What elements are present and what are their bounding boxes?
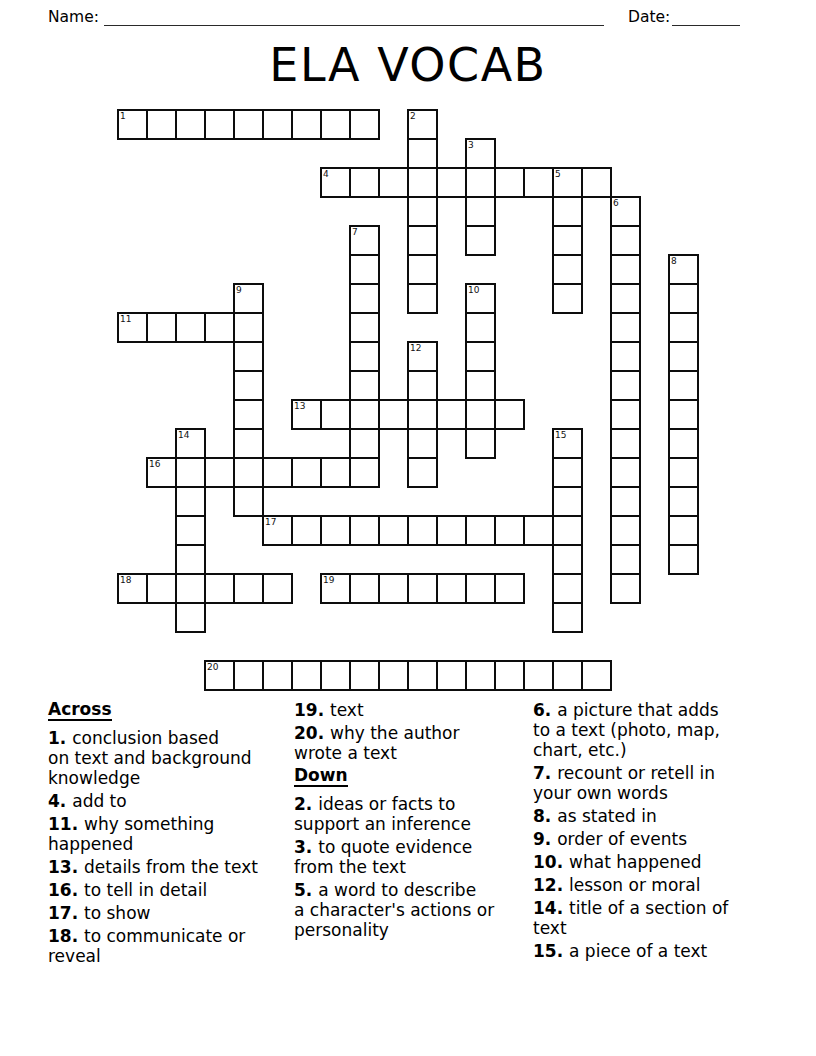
grid-cell-r10c4[interactable]: [233, 399, 264, 430]
clue-text: conclusion based on text and background …: [48, 728, 251, 788]
grid-cell-r0c10[interactable]: 2: [407, 109, 438, 140]
grid-cell-r14c6[interactable]: [291, 515, 322, 546]
clue-number-12: 12.: [533, 875, 569, 895]
cell-number-14: 14: [178, 430, 189, 440]
grid-cell-r16c1[interactable]: [146, 573, 177, 604]
name-field-line[interactable]: [104, 6, 604, 26]
across-heading: Across: [48, 700, 112, 721]
grid-cell-r5c17[interactable]: [610, 254, 641, 285]
clue-text: recount or retell in your own words: [533, 763, 715, 803]
grid-cell-r2c15[interactable]: 5: [552, 167, 583, 198]
clue-across-18: 18. to communicate or reveal: [48, 926, 294, 966]
grid-cell-r14c2[interactable]: [175, 515, 206, 546]
grid-cell-r4c10[interactable]: [407, 225, 438, 256]
grid-cell-r2c14[interactable]: [523, 167, 554, 198]
grid-cell-r14c11[interactable]: [436, 515, 467, 546]
grid-cell-r11c10[interactable]: [407, 428, 438, 459]
grid-cell-r3c12[interactable]: [465, 196, 496, 227]
grid-cell-r1c10[interactable]: [407, 138, 438, 169]
cell-number-10: 10: [468, 285, 479, 295]
grid-cell-r6c15[interactable]: [552, 283, 583, 314]
grid-cell-r0c7[interactable]: [320, 109, 351, 140]
clue-text: ideas or facts to support an inference: [294, 794, 471, 834]
clue-number-17: 17.: [48, 903, 84, 923]
grid-cell-r8c8[interactable]: [349, 341, 380, 372]
grid-cell-r12c2[interactable]: [175, 457, 206, 488]
clue-across-4: 4. add to: [48, 791, 294, 811]
grid-cell-r14c7[interactable]: [320, 515, 351, 546]
grid-cell-r12c8[interactable]: [349, 457, 380, 488]
clue-across-20: 20. why the author wrote a text: [294, 723, 530, 763]
grid-cell-r14c14[interactable]: [523, 515, 554, 546]
grid-cell-r2c13[interactable]: [494, 167, 525, 198]
grid-cell-r14c15[interactable]: [552, 515, 583, 546]
clue-text: details from the text: [84, 857, 258, 877]
grid-cell-r12c10[interactable]: [407, 457, 438, 488]
grid-cell-r2c8[interactable]: [349, 167, 380, 198]
clue-column-3: 6. a picture that adds to a text (photo,…: [533, 700, 795, 964]
grid-cell-r16c13[interactable]: [494, 573, 525, 604]
grid-cell-r2c12[interactable]: [465, 167, 496, 198]
clue-number-18: 18.: [48, 926, 84, 946]
grid-cell-r16c7[interactable]: 19: [320, 573, 351, 604]
grid-cell-r7c19[interactable]: [668, 312, 699, 343]
cell-number-9: 9: [236, 285, 242, 295]
grid-cell-r16c12[interactable]: [465, 573, 496, 604]
grid-cell-r2c10[interactable]: [407, 167, 438, 198]
grid-cell-r16c5[interactable]: [262, 573, 293, 604]
clue-number-1: 1.: [48, 728, 72, 748]
grid-cell-r10c12[interactable]: [465, 399, 496, 430]
clue-text: a piece of a text: [569, 941, 707, 961]
clue-down-9: 9. order of events: [533, 829, 795, 849]
grid-cell-r19c14[interactable]: [523, 660, 554, 691]
grid-cell-r19c4[interactable]: [233, 660, 264, 691]
grid-cell-r15c17[interactable]: [610, 544, 641, 575]
grid-cell-r6c4[interactable]: 9: [233, 283, 264, 314]
clue-down-3: 3. to quote evidence from the text: [294, 837, 530, 877]
grid-cell-r0c6[interactable]: [291, 109, 322, 140]
grid-cell-r8c10[interactable]: 12: [407, 341, 438, 372]
name-label: Name:: [48, 8, 99, 26]
clue-down-6: 6. a picture that adds to a text (photo,…: [533, 700, 795, 760]
grid-cell-r15c15[interactable]: [552, 544, 583, 575]
grid-cell-r19c12[interactable]: [465, 660, 496, 691]
clue-number-16: 16.: [48, 880, 84, 900]
grid-cell-r7c3[interactable]: [204, 312, 235, 343]
cell-number-6: 6: [613, 198, 619, 208]
grid-cell-r4c8[interactable]: 7: [349, 225, 380, 256]
grid-cell-r12c1[interactable]: 16: [146, 457, 177, 488]
clue-number-7: 7.: [533, 763, 557, 783]
grid-cell-r7c0[interactable]: 11: [117, 312, 148, 343]
clue-number-20: 20.: [294, 723, 330, 743]
clue-down-8: 8. as stated in: [533, 806, 795, 826]
cell-number-19: 19: [323, 575, 334, 585]
grid-cell-r4c15[interactable]: [552, 225, 583, 256]
grid-cell-r8c19[interactable]: [668, 341, 699, 372]
grid-cell-r5c15[interactable]: [552, 254, 583, 285]
grid-cell-r13c2[interactable]: [175, 486, 206, 517]
grid-cell-r8c17[interactable]: [610, 341, 641, 372]
clue-number-15: 15.: [533, 941, 569, 961]
cell-number-1: 1: [120, 111, 126, 121]
grid-cell-r19c5[interactable]: [262, 660, 293, 691]
clue-column-1: Across1. conclusion based on text and ba…: [48, 700, 294, 969]
grid-cell-r12c6[interactable]: [291, 457, 322, 488]
grid-cell-r11c19[interactable]: [668, 428, 699, 459]
cell-number-20: 20: [207, 662, 218, 672]
grid-cell-r19c10[interactable]: [407, 660, 438, 691]
grid-cell-r11c4[interactable]: [233, 428, 264, 459]
grid-cell-r0c5[interactable]: [262, 109, 293, 140]
grid-cell-r13c17[interactable]: [610, 486, 641, 517]
grid-cell-r7c4[interactable]: [233, 312, 264, 343]
grid-cell-r14c12[interactable]: [465, 515, 496, 546]
grid-cell-r5c10[interactable]: [407, 254, 438, 285]
grid-cell-r6c8[interactable]: [349, 283, 380, 314]
down-heading: Down: [294, 766, 348, 787]
clue-number-6: 6.: [533, 700, 557, 720]
grid-cell-r11c2[interactable]: 14: [175, 428, 206, 459]
grid-cell-r7c8[interactable]: [349, 312, 380, 343]
cell-number-15: 15: [555, 430, 566, 440]
grid-cell-r3c15[interactable]: [552, 196, 583, 227]
grid-cell-r13c15[interactable]: [552, 486, 583, 517]
clue-number-11: 11.: [48, 814, 84, 834]
grid-cell-r0c8[interactable]: [349, 109, 380, 140]
grid-cell-r0c1[interactable]: [146, 109, 177, 140]
clue-column-2: 19. text20. why the author wrote a textD…: [294, 700, 530, 943]
cell-number-4: 4: [323, 169, 329, 179]
cell-number-13: 13: [294, 401, 305, 411]
clue-text: add to: [72, 791, 126, 811]
cell-number-7: 7: [352, 227, 358, 237]
clue-across-1: 1. conclusion based on text and backgrou…: [48, 728, 294, 788]
grid-cell-r16c10[interactable]: [407, 573, 438, 604]
clue-across-19: 19. text: [294, 700, 530, 720]
clue-across-17: 17. to show: [48, 903, 294, 923]
clue-number-9: 9.: [533, 829, 557, 849]
grid-cell-r14c5[interactable]: 17: [262, 515, 293, 546]
clue-text: to quote evidence from the text: [294, 837, 472, 877]
clue-text: a word to describe a character's actions…: [294, 880, 494, 940]
clue-number-4: 4.: [48, 791, 72, 811]
grid-cell-r11c17[interactable]: [610, 428, 641, 459]
clue-text: a picture that adds to a text (photo, ma…: [533, 700, 720, 760]
grid-cell-r15c2[interactable]: [175, 544, 206, 575]
clue-number-3: 3.: [294, 837, 318, 857]
grid-cell-r14c13[interactable]: [494, 515, 525, 546]
grid-cell-r14c8[interactable]: [349, 515, 380, 546]
clue-down-7: 7. recount or retell in your own words: [533, 763, 795, 803]
grid-cell-r12c15[interactable]: [552, 457, 583, 488]
clue-down-12: 12. lesson or moral: [533, 875, 795, 895]
grid-cell-r4c12[interactable]: [465, 225, 496, 256]
grid-cell-r19c8[interactable]: [349, 660, 380, 691]
grid-cell-r0c3[interactable]: [204, 109, 235, 140]
grid-cell-r7c1[interactable]: [146, 312, 177, 343]
grid-cell-r12c7[interactable]: [320, 457, 351, 488]
cell-number-17: 17: [265, 517, 276, 527]
grid-cell-r6c10[interactable]: [407, 283, 438, 314]
grid-cell-r11c15[interactable]: 15: [552, 428, 583, 459]
grid-cell-r19c11[interactable]: [436, 660, 467, 691]
grid-cell-r19c15[interactable]: [552, 660, 583, 691]
clue-across-11: 11. why something happened: [48, 814, 294, 854]
grid-cell-r12c3[interactable]: [204, 457, 235, 488]
cell-number-12: 12: [410, 343, 421, 353]
grid-cell-r0c2[interactable]: [175, 109, 206, 140]
grid-cell-r19c6[interactable]: [291, 660, 322, 691]
clue-number-2: 2.: [294, 794, 318, 814]
clue-text: what happened: [569, 852, 701, 872]
grid-cell-r8c4[interactable]: [233, 341, 264, 372]
grid-cell-r16c17[interactable]: [610, 573, 641, 604]
grid-cell-r9c10[interactable]: [407, 370, 438, 401]
clue-down-15: 15. a piece of a text: [533, 941, 795, 961]
grid-cell-r7c17[interactable]: [610, 312, 641, 343]
grid-cell-r5c19[interactable]: 8: [668, 254, 699, 285]
grid-cell-r10c7[interactable]: [320, 399, 351, 430]
grid-cell-r16c2[interactable]: [175, 573, 206, 604]
grid-cell-r19c3[interactable]: 20: [204, 660, 235, 691]
clue-text: lesson or moral: [569, 875, 700, 895]
grid-cell-r16c11[interactable]: [436, 573, 467, 604]
clue-number-14: 14.: [533, 898, 569, 918]
cell-number-8: 8: [671, 256, 677, 266]
clue-text: text: [330, 700, 364, 720]
grid-cell-r12c5[interactable]: [262, 457, 293, 488]
clue-number-5: 5.: [294, 880, 318, 900]
clue-down-2: 2. ideas or facts to support an inferenc…: [294, 794, 530, 834]
clue-number-19: 19.: [294, 700, 330, 720]
grid-cell-r19c13[interactable]: [494, 660, 525, 691]
grid-cell-r6c17[interactable]: [610, 283, 641, 314]
grid-cell-r14c9[interactable]: [378, 515, 409, 546]
grid-cell-r9c12[interactable]: [465, 370, 496, 401]
crossword-grid: 1234567891011121314151617181920: [117, 109, 699, 691]
cell-number-5: 5: [555, 169, 561, 179]
grid-cell-r5c8[interactable]: [349, 254, 380, 285]
grid-cell-r19c7[interactable]: [320, 660, 351, 691]
cell-number-16: 16: [149, 459, 160, 469]
grid-cell-r1c12[interactable]: 3: [465, 138, 496, 169]
date-field-line[interactable]: [672, 6, 740, 26]
grid-cell-r9c4[interactable]: [233, 370, 264, 401]
cell-number-2: 2: [410, 111, 416, 121]
grid-cell-r6c12[interactable]: 10: [465, 283, 496, 314]
grid-cell-r16c4[interactable]: [233, 573, 264, 604]
grid-cell-r14c10[interactable]: [407, 515, 438, 546]
grid-cell-r10c17[interactable]: [610, 399, 641, 430]
grid-cell-r16c8[interactable]: [349, 573, 380, 604]
grid-cell-r2c9[interactable]: [378, 167, 409, 198]
grid-cell-r12c17[interactable]: [610, 457, 641, 488]
grid-cell-r12c19[interactable]: [668, 457, 699, 488]
clue-text: to tell in detail: [84, 880, 207, 900]
grid-cell-r7c12[interactable]: [465, 312, 496, 343]
grid-cell-r11c12[interactable]: [465, 428, 496, 459]
grid-cell-r9c17[interactable]: [610, 370, 641, 401]
grid-cell-r12c4[interactable]: [233, 457, 264, 488]
grid-cell-r16c15[interactable]: [552, 573, 583, 604]
grid-cell-r10c19[interactable]: [668, 399, 699, 430]
grid-cell-r10c13[interactable]: [494, 399, 525, 430]
date-label: Date:: [628, 8, 670, 26]
grid-cell-r2c11[interactable]: [436, 167, 467, 198]
grid-cell-r14c17[interactable]: [610, 515, 641, 546]
grid-cell-r2c7[interactable]: 4: [320, 167, 351, 198]
cell-number-3: 3: [468, 140, 474, 150]
grid-cell-r10c8[interactable]: [349, 399, 380, 430]
grid-cell-r9c8[interactable]: [349, 370, 380, 401]
grid-cell-r15c19[interactable]: [668, 544, 699, 575]
grid-cell-r7c2[interactable]: [175, 312, 206, 343]
grid-cell-r13c4[interactable]: [233, 486, 264, 517]
cell-number-18: 18: [120, 575, 131, 585]
grid-cell-r17c2[interactable]: [175, 602, 206, 633]
cell-number-11: 11: [120, 314, 131, 324]
grid-cell-r17c15[interactable]: [552, 602, 583, 633]
grid-cell-r19c9[interactable]: [378, 660, 409, 691]
clue-across-16: 16. to tell in detail: [48, 880, 294, 900]
grid-cell-r16c0[interactable]: 18: [117, 573, 148, 604]
grid-cell-r9c19[interactable]: [668, 370, 699, 401]
grid-cell-r3c10[interactable]: [407, 196, 438, 227]
grid-cell-r14c19[interactable]: [668, 515, 699, 546]
clue-number-8: 8.: [533, 806, 557, 826]
grid-cell-r3c17[interactable]: 6: [610, 196, 641, 227]
grid-cell-r16c9[interactable]: [378, 573, 409, 604]
grid-cell-r11c8[interactable]: [349, 428, 380, 459]
grid-cell-r10c11[interactable]: [436, 399, 467, 430]
grid-cell-r8c12[interactable]: [465, 341, 496, 372]
grid-cell-r16c3[interactable]: [204, 573, 235, 604]
grid-cell-r6c19[interactable]: [668, 283, 699, 314]
clue-down-5: 5. a word to describe a character's acti…: [294, 880, 530, 940]
clue-text: as stated in: [557, 806, 656, 826]
grid-cell-r0c4[interactable]: [233, 109, 264, 140]
grid-cell-r13c19[interactable]: [668, 486, 699, 517]
worksheet-page: Name: Date: ELA VOCAB 123456789101112131…: [0, 0, 816, 1056]
grid-cell-r2c16[interactable]: [581, 167, 612, 198]
grid-cell-r10c9[interactable]: [378, 399, 409, 430]
clue-number-13: 13.: [48, 857, 84, 877]
clue-text: order of events: [557, 829, 687, 849]
puzzle-title: ELA VOCAB: [0, 38, 816, 92]
grid-cell-r10c10[interactable]: [407, 399, 438, 430]
clue-down-14: 14. title of a section of text: [533, 898, 795, 938]
clue-across-13: 13. details from the text: [48, 857, 294, 877]
clue-number-10: 10.: [533, 852, 569, 872]
grid-cell-r10c6[interactable]: 13: [291, 399, 322, 430]
name-date-bar: Name: Date:: [0, 6, 816, 30]
grid-cell-r0c0[interactable]: 1: [117, 109, 148, 140]
grid-cell-r4c17[interactable]: [610, 225, 641, 256]
clue-text: to show: [84, 903, 150, 923]
clue-down-10: 10. what happened: [533, 852, 795, 872]
grid-cell-r19c16[interactable]: [581, 660, 612, 691]
